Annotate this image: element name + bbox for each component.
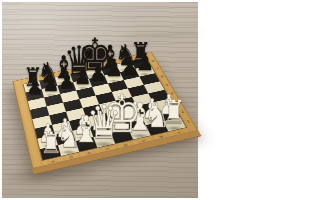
- product-photo: а1б2в3г4д5е6ж7з8 ♜♞♝♛♚♝♞♜♟♟♟♟♟♟♟♟♟♟♟♟♟♟♟…: [0, 0, 200, 200]
- file-label: б: [69, 155, 73, 159]
- rank-label: 7: [155, 67, 159, 70]
- board-grid: [24, 58, 186, 160]
- file-label: г: [105, 147, 109, 151]
- file-label: з: [177, 130, 181, 134]
- rank-label: 3: [175, 100, 180, 103]
- rank-label: 4: [169, 92, 174, 95]
- chess-board: а1б2в3г4д5е6ж7з8: [12, 51, 198, 168]
- rank-label: 6: [160, 75, 164, 78]
- rank-label: 2: [180, 110, 185, 114]
- file-label: ж: [158, 134, 164, 138]
- square-h1: [163, 117, 186, 131]
- rank-label: 1: [186, 119, 191, 123]
- board-tilt-wrapper: а1б2в3г4д5е6ж7з8: [10, 16, 186, 192]
- rank-label: 5: [164, 83, 168, 86]
- file-label: в: [87, 151, 91, 155]
- file-label: д: [123, 143, 128, 147]
- file-label: а: [51, 159, 55, 163]
- file-label: е: [141, 139, 146, 143]
- rank-label: 8: [151, 59, 155, 62]
